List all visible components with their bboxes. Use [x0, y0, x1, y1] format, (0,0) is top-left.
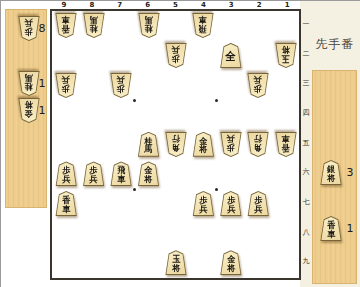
piece-kanji: 兵	[199, 205, 207, 214]
piece-kanji: 馬	[144, 145, 152, 154]
piece-kanji: 馬	[90, 16, 98, 25]
hand-count-gote-pawn: 8	[36, 22, 48, 35]
piece-gote-pawn[interactable]: 歩兵	[165, 43, 187, 68]
piece-sente-king[interactable]: 玉将	[165, 250, 187, 275]
piece-gote-bishop[interactable]: 角行	[165, 132, 187, 157]
piece-sente-rook[interactable]: 飛車	[110, 161, 132, 186]
piece-gote-pawn[interactable]: 歩兵	[220, 132, 242, 157]
piece-kanji: 歩	[227, 143, 235, 152]
file-label-1: 1	[273, 1, 301, 10]
rank-label-2: 二	[300, 39, 312, 69]
piece-sente-promoted-silver[interactable]: 全	[220, 43, 242, 68]
star-point	[133, 99, 136, 102]
hand-count-sente-silver: 3	[344, 166, 356, 179]
piece-kanji: 香	[282, 143, 290, 152]
piece-kanji: 車	[117, 175, 125, 184]
turn-indicator: 先手番	[309, 36, 360, 53]
piece-kanji: 馬	[144, 16, 152, 25]
star-point	[133, 188, 136, 191]
piece-kanji: 兵	[254, 205, 262, 214]
piece-kanji: 香	[62, 25, 70, 34]
rank-label-3: 三	[300, 68, 312, 98]
piece-kanji: 桂	[144, 25, 152, 34]
rank-labels: 一二三四五六七八九	[300, 9, 312, 276]
rank-label-6: 六	[300, 157, 312, 187]
rank-label-7: 七	[300, 187, 312, 217]
rank-label-5: 五	[300, 128, 312, 158]
piece-kanji: 車	[62, 16, 70, 25]
piece-kanji: 歩	[25, 28, 33, 37]
star-point	[215, 99, 218, 102]
piece-kanji: 馬	[25, 74, 33, 83]
piece-gote-rook[interactable]: 飛車	[192, 13, 214, 38]
hand-piece-sente-silver[interactable]: 銀将	[320, 160, 342, 185]
gote-hand-tray: 歩兵8桂馬1金将1	[5, 9, 47, 208]
piece-kanji: 兵	[62, 175, 70, 184]
file-labels: 987654321	[50, 1, 301, 10]
file-label-8: 8	[78, 1, 106, 10]
sente-hand-tray: 銀将3香車1	[312, 70, 357, 284]
rank-label-1: 一	[300, 9, 312, 39]
piece-kanji: 金	[25, 110, 33, 119]
file-label-9: 9	[50, 1, 78, 10]
piece-kanji: 将	[227, 264, 235, 273]
piece-kanji: 桂	[25, 83, 33, 92]
hand-count-gote-knight: 1	[36, 77, 48, 90]
piece-kanji: 将	[172, 264, 180, 273]
piece-kanji: 車	[199, 16, 207, 25]
piece-kanji: 行	[254, 135, 262, 144]
piece-kanji: 飛	[199, 25, 207, 34]
piece-gote-pawn[interactable]: 歩兵	[247, 73, 269, 98]
piece-sente-pawn[interactable]: 歩兵	[55, 161, 77, 186]
file-label-4: 4	[189, 1, 217, 10]
piece-kanji: 桂	[90, 25, 98, 34]
piece-gote-pawn[interactable]: 歩兵	[110, 73, 132, 98]
piece-kanji: 行	[172, 135, 180, 144]
piece-kanji: 全	[226, 51, 236, 62]
piece-kanji: 歩	[172, 54, 180, 63]
piece-sente-lance[interactable]: 香車	[55, 191, 77, 216]
piece-kanji: 車	[282, 135, 290, 144]
piece-kanji: 兵	[227, 205, 235, 214]
piece-kanji: 車	[62, 205, 70, 214]
piece-gote-knight[interactable]: 桂馬	[138, 13, 160, 38]
piece-kanji: 兵	[227, 135, 235, 144]
piece-kanji: 兵	[62, 75, 70, 84]
piece-sente-pawn[interactable]: 歩兵	[247, 191, 269, 216]
piece-kanji: 将	[327, 174, 335, 183]
piece-kanji: 兵	[25, 19, 33, 28]
hand-count-sente-lance: 1	[344, 222, 356, 235]
file-label-5: 5	[162, 1, 190, 10]
piece-gote-knight[interactable]: 桂馬	[83, 13, 105, 38]
piece-gote-lance[interactable]: 香車	[55, 13, 77, 38]
piece-kanji: 兵	[90, 175, 98, 184]
piece-gote-king[interactable]: 玉将	[275, 43, 297, 68]
piece-kanji: 将	[144, 175, 152, 184]
rank-label-4: 四	[300, 98, 312, 128]
file-label-7: 7	[106, 1, 134, 10]
piece-kanji: 角	[254, 143, 262, 152]
piece-gote-pawn[interactable]: 歩兵	[55, 73, 77, 98]
piece-kanji: 将	[25, 101, 33, 110]
piece-sente-knight[interactable]: 桂馬	[138, 132, 160, 157]
piece-sente-gold[interactable]: 金将	[220, 250, 242, 275]
hand-count-gote-gold: 1	[36, 104, 48, 117]
rank-label-8: 八	[300, 217, 312, 247]
shogi-app: 先手番 歩兵8桂馬1金将1 銀将3香車1 987654321 一二三四五六七八九…	[0, 0, 360, 287]
file-label-6: 6	[134, 1, 162, 10]
piece-gote-bishop[interactable]: 角行	[247, 132, 269, 157]
piece-kanji: 将	[282, 46, 290, 55]
rank-label-9: 九	[300, 246, 312, 276]
piece-sente-gold[interactable]: 金将	[138, 161, 160, 186]
piece-sente-pawn[interactable]: 歩兵	[220, 191, 242, 216]
star-point	[215, 188, 218, 191]
piece-kanji: 兵	[172, 46, 180, 55]
piece-sente-pawn[interactable]: 歩兵	[192, 191, 214, 216]
piece-kanji: 玉	[282, 54, 290, 63]
piece-kanji: 兵	[254, 75, 262, 84]
piece-kanji: 将	[199, 145, 207, 154]
hand-piece-sente-lance[interactable]: 香車	[320, 216, 342, 241]
piece-kanji: 兵	[117, 75, 125, 84]
piece-kanji: 車	[327, 230, 335, 239]
piece-kanji: 角	[172, 143, 180, 152]
piece-sente-gold[interactable]: 金将	[192, 132, 214, 157]
file-label-2: 2	[245, 1, 273, 10]
file-label-3: 3	[217, 1, 245, 10]
piece-sente-pawn[interactable]: 歩兵	[83, 161, 105, 186]
piece-gote-lance[interactable]: 香車	[275, 132, 297, 157]
